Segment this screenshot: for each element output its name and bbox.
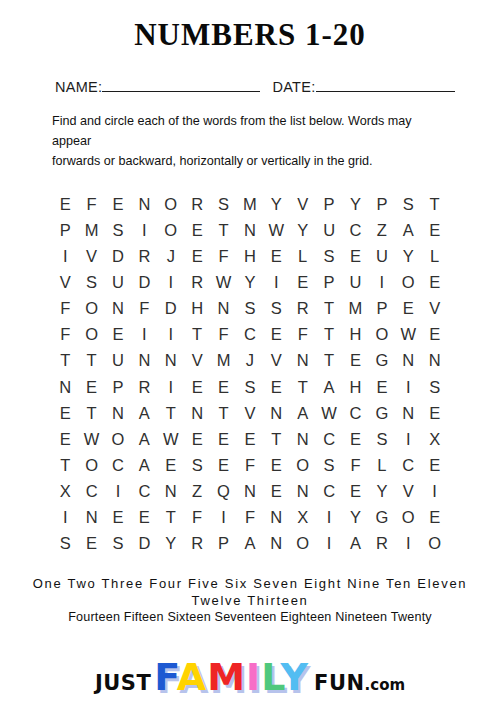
grid-cell-r8c12[interactable]: H bbox=[342, 374, 368, 400]
grid-cell-r14c1[interactable]: S bbox=[52, 530, 78, 556]
grid-cell-r13c5[interactable]: T bbox=[158, 504, 184, 530]
grid-cell-r11c2[interactable]: O bbox=[78, 452, 104, 478]
grid-cell-r8c11[interactable]: A bbox=[316, 374, 342, 400]
logo-letter-y: Y bbox=[281, 655, 310, 699]
grid-cell-r1c12[interactable]: Y bbox=[342, 192, 368, 218]
grid-cell-r6c7[interactable]: F bbox=[210, 322, 236, 348]
grid-cell-r2c2[interactable]: M bbox=[78, 218, 104, 244]
grid-cell-r11c14[interactable]: C bbox=[395, 452, 421, 478]
grid-cell-r10c10[interactable]: N bbox=[290, 426, 316, 452]
grid-cell-r5c6[interactable]: H bbox=[184, 296, 210, 322]
grid-cell-r3c4[interactable]: R bbox=[131, 244, 157, 270]
grid-cell-r6c3[interactable]: E bbox=[105, 322, 131, 348]
grid-cell-r2c14[interactable]: A bbox=[395, 218, 421, 244]
logo-letter-m: M bbox=[207, 655, 246, 699]
grid-cell-r6c11[interactable]: T bbox=[316, 322, 342, 348]
grid-cell-r8c15[interactable]: S bbox=[421, 374, 447, 400]
logo-just-text: JUST bbox=[95, 671, 151, 695]
grid-cell-r12c5[interactable]: N bbox=[158, 478, 184, 504]
grid-cell-r10c7[interactable]: E bbox=[210, 426, 236, 452]
grid-cell-r4c4[interactable]: D bbox=[131, 270, 157, 296]
grid-cell-r12c8[interactable]: N bbox=[237, 478, 263, 504]
grid-cell-r10c12[interactable]: E bbox=[342, 426, 368, 452]
grid-cell-r5c7[interactable]: N bbox=[210, 296, 236, 322]
grid-cell-r4c7[interactable]: W bbox=[210, 270, 236, 296]
grid-cell-r13c13[interactable]: G bbox=[369, 504, 395, 530]
grid-cell-r3c1[interactable]: I bbox=[52, 244, 78, 270]
logo-letter-f: F bbox=[154, 655, 177, 699]
grid-cell-r10c9[interactable]: T bbox=[263, 426, 289, 452]
grid-cell-r3c6[interactable]: E bbox=[184, 244, 210, 270]
grid-cell-r5c1[interactable]: F bbox=[52, 296, 78, 322]
grid-cell-r9c3[interactable]: N bbox=[105, 400, 131, 426]
grid-cell-r2c3[interactable]: S bbox=[105, 218, 131, 244]
grid-cell-r11c9[interactable]: E bbox=[263, 452, 289, 478]
grid-cell-r11c13[interactable]: L bbox=[369, 452, 395, 478]
grid-cell-r5c12[interactable]: M bbox=[342, 296, 368, 322]
grid-cell-r4c9[interactable]: I bbox=[263, 270, 289, 296]
grid-cell-r1c15[interactable]: T bbox=[421, 192, 447, 218]
grid-cell-r10c2[interactable]: W bbox=[78, 426, 104, 452]
grid-cell-r13c8[interactable]: F bbox=[237, 504, 263, 530]
grid-cell-r5c15[interactable]: V bbox=[421, 296, 447, 322]
grid-cell-r10c1[interactable]: E bbox=[52, 426, 78, 452]
grid-cell-r3c13[interactable]: U bbox=[369, 244, 395, 270]
grid-cell-r10c4[interactable]: A bbox=[131, 426, 157, 452]
grid-cell-r9c13[interactable]: G bbox=[369, 400, 395, 426]
grid-cell-r8c1[interactable]: N bbox=[52, 374, 78, 400]
grid-cell-r2c7[interactable]: T bbox=[210, 218, 236, 244]
name-label: NAME: bbox=[55, 79, 102, 95]
grid-cell-r13c15[interactable]: E bbox=[421, 504, 447, 530]
grid-cell-r10c11[interactable]: C bbox=[316, 426, 342, 452]
grid-cell-r13c12[interactable]: Y bbox=[342, 504, 368, 530]
grid-cell-r6c5[interactable]: I bbox=[158, 322, 184, 348]
grid-cell-r11c5[interactable]: E bbox=[158, 452, 184, 478]
grid-cell-r12c2[interactable]: C bbox=[78, 478, 104, 504]
instructions-line-2: forwards or backward, horizontally or ve… bbox=[52, 154, 373, 168]
grid-cell-r7c5[interactable]: N bbox=[158, 348, 184, 374]
grid-cell-r12c15[interactable]: I bbox=[421, 478, 447, 504]
grid-cell-r8c10[interactable]: T bbox=[290, 374, 316, 400]
grid-cell-r1c11[interactable]: P bbox=[316, 192, 342, 218]
grid-cell-r7c14[interactable]: N bbox=[395, 348, 421, 374]
grid-cell-r7c1[interactable]: T bbox=[52, 348, 78, 374]
grid-cell-r2c15[interactable]: E bbox=[421, 218, 447, 244]
word-search-grid[interactable]: EFENORSMYVPYPSTPMSIOETNWYUCZAEIVDRJEFHEL… bbox=[52, 192, 448, 557]
grid-cell-r9c8[interactable]: V bbox=[237, 400, 263, 426]
word-list-line-1: One Two Three Four Five Six Seven Eight … bbox=[0, 575, 500, 592]
grid-cell-r11c3[interactable]: C bbox=[105, 452, 131, 478]
grid-cell-r13c9[interactable]: N bbox=[263, 504, 289, 530]
grid-cell-r7c7[interactable]: M bbox=[210, 348, 236, 374]
grid-cell-r4c10[interactable]: E bbox=[290, 270, 316, 296]
grid-cell-r11c6[interactable]: S bbox=[184, 452, 210, 478]
grid-cell-r1c1[interactable]: E bbox=[52, 192, 78, 218]
grid-cell-r13c1[interactable]: I bbox=[52, 504, 78, 530]
grid-cell-r3c15[interactable]: L bbox=[421, 244, 447, 270]
grid-cell-r5c14[interactable]: E bbox=[395, 296, 421, 322]
grid-cell-r14c2[interactable]: E bbox=[78, 530, 104, 556]
grid-cell-r9c2[interactable]: T bbox=[78, 400, 104, 426]
grid-cell-r1c4[interactable]: N bbox=[131, 192, 157, 218]
grid-cell-r11c1[interactable]: T bbox=[52, 452, 78, 478]
word-list-line-2: Twelve Thirteen bbox=[0, 592, 500, 609]
logo-fun-text: FUN bbox=[314, 671, 364, 695]
grid-cell-r1c8[interactable]: M bbox=[237, 192, 263, 218]
grid-cell-r7c15[interactable]: N bbox=[421, 348, 447, 374]
instructions-text: Find and circle each of the words from t… bbox=[52, 112, 454, 172]
grid-cell-r5c13[interactable]: P bbox=[369, 296, 395, 322]
grid-cell-r2c12[interactable]: C bbox=[342, 218, 368, 244]
grid-cell-r13c11[interactable]: I bbox=[316, 504, 342, 530]
grid-cell-r13c4[interactable]: E bbox=[131, 504, 157, 530]
grid-cell-r1c2[interactable]: F bbox=[78, 192, 104, 218]
grid-cell-r4c8[interactable]: Y bbox=[237, 270, 263, 296]
grid-cell-r10c14[interactable]: I bbox=[395, 426, 421, 452]
grid-cell-r7c11[interactable]: T bbox=[316, 348, 342, 374]
grid-cell-r7c13[interactable]: G bbox=[369, 348, 395, 374]
grid-cell-r8c9[interactable]: E bbox=[263, 374, 289, 400]
grid-cell-r8c6[interactable]: E bbox=[184, 374, 210, 400]
grid-cell-r13c10[interactable]: X bbox=[290, 504, 316, 530]
grid-cell-r3c10[interactable]: L bbox=[290, 244, 316, 270]
grid-cell-r6c4[interactable]: I bbox=[131, 322, 157, 348]
grid-cell-r3c2[interactable]: V bbox=[78, 244, 104, 270]
grid-cell-r7c12[interactable]: E bbox=[342, 348, 368, 374]
grid-cell-r11c8[interactable]: F bbox=[237, 452, 263, 478]
grid-cell-r14c10[interactable]: O bbox=[290, 530, 316, 556]
grid-cell-r10c13[interactable]: S bbox=[369, 426, 395, 452]
grid-cell-r9c9[interactable]: N bbox=[263, 400, 289, 426]
grid-cell-r6c12[interactable]: H bbox=[342, 322, 368, 348]
grid-cell-r12c14[interactable]: V bbox=[395, 478, 421, 504]
grid-cell-r10c6[interactable]: E bbox=[184, 426, 210, 452]
grid-cell-r14c4[interactable]: D bbox=[131, 530, 157, 556]
grid-cell-r12c11[interactable]: C bbox=[316, 478, 342, 504]
grid-cell-r7c2[interactable]: T bbox=[78, 348, 104, 374]
grid-cell-r10c15[interactable]: X bbox=[421, 426, 447, 452]
grid-cell-r9c4[interactable]: A bbox=[131, 400, 157, 426]
grid-cell-r14c7[interactable]: P bbox=[210, 530, 236, 556]
grid-cell-r1c7[interactable]: S bbox=[210, 192, 236, 218]
grid-cell-r6c14[interactable]: W bbox=[395, 322, 421, 348]
instructions-line-1: Find and circle each of the words from t… bbox=[52, 114, 412, 148]
justfamilyfun-logo: JUST FAMILY FUN .com bbox=[0, 655, 500, 699]
grid-cell-r4c11[interactable]: P bbox=[316, 270, 342, 296]
grid-cell-r12c4[interactable]: C bbox=[131, 478, 157, 504]
grid-cell-r13c2[interactable]: N bbox=[78, 504, 104, 530]
grid-cell-r11c15[interactable]: E bbox=[421, 452, 447, 478]
grid-cell-r8c5[interactable]: I bbox=[158, 374, 184, 400]
grid-cell-r9c12[interactable]: C bbox=[342, 400, 368, 426]
grid-cell-r6c13[interactable]: O bbox=[369, 322, 395, 348]
grid-cell-r2c11[interactable]: U bbox=[316, 218, 342, 244]
grid-cell-r2c10[interactable]: Y bbox=[290, 218, 316, 244]
grid-cell-r3c5[interactable]: J bbox=[158, 244, 184, 270]
grid-cell-r12c13[interactable]: Y bbox=[369, 478, 395, 504]
grid-cell-r14c3[interactable]: S bbox=[105, 530, 131, 556]
logo-com-text: .com bbox=[365, 676, 406, 694]
grid-cell-r11c10[interactable]: O bbox=[290, 452, 316, 478]
grid-cell-r1c9[interactable]: Y bbox=[263, 192, 289, 218]
grid-cell-r7c6[interactable]: V bbox=[184, 348, 210, 374]
logo-letter-a: A bbox=[177, 655, 207, 699]
grid-cell-r5c3[interactable]: N bbox=[105, 296, 131, 322]
grid-cell-r8c4[interactable]: R bbox=[131, 374, 157, 400]
grid-cell-r2c5[interactable]: O bbox=[158, 218, 184, 244]
worksheet-page: NUMBERS 1-20 NAME: DATE: Find and circle… bbox=[0, 17, 500, 707]
grid-cell-r6c15[interactable]: E bbox=[421, 322, 447, 348]
grid-cell-r14c14[interactable]: I bbox=[395, 530, 421, 556]
grid-cell-r5c5[interactable]: D bbox=[158, 296, 184, 322]
grid-cell-r4c1[interactable]: V bbox=[52, 270, 78, 296]
grid-cell-r6c10[interactable]: F bbox=[290, 322, 316, 348]
grid-cell-r3c9[interactable]: E bbox=[263, 244, 289, 270]
grid-cell-r5c8[interactable]: S bbox=[237, 296, 263, 322]
date-input-line[interactable] bbox=[316, 91, 455, 92]
grid-cell-r2c6[interactable]: E bbox=[184, 218, 210, 244]
grid-cell-r4c15[interactable]: E bbox=[421, 270, 447, 296]
grid-cell-r7c3[interactable]: U bbox=[105, 348, 131, 374]
grid-cell-r2c9[interactable]: W bbox=[263, 218, 289, 244]
grid-cell-r9c1[interactable]: E bbox=[52, 400, 78, 426]
grid-cell-r7c10[interactable]: N bbox=[290, 348, 316, 374]
grid-cell-r3c12[interactable]: E bbox=[342, 244, 368, 270]
grid-cell-r9c10[interactable]: A bbox=[290, 400, 316, 426]
grid-cell-r3c7[interactable]: F bbox=[210, 244, 236, 270]
grid-cell-r13c6[interactable]: F bbox=[184, 504, 210, 530]
grid-cell-r4c3[interactable]: U bbox=[105, 270, 131, 296]
grid-cell-r8c2[interactable]: E bbox=[78, 374, 104, 400]
grid-cell-r1c5[interactable]: O bbox=[158, 192, 184, 218]
grid-cell-r11c12[interactable]: F bbox=[342, 452, 368, 478]
grid-cell-r3c8[interactable]: H bbox=[237, 244, 263, 270]
grid-cell-r2c13[interactable]: Z bbox=[369, 218, 395, 244]
name-input-line[interactable] bbox=[102, 91, 260, 92]
grid-cell-r14c8[interactable]: A bbox=[237, 530, 263, 556]
grid-cell-r5c10[interactable]: R bbox=[290, 296, 316, 322]
grid-cell-r1c3[interactable]: E bbox=[105, 192, 131, 218]
grid-cell-r4c13[interactable]: I bbox=[369, 270, 395, 296]
grid-cell-r12c9[interactable]: E bbox=[263, 478, 289, 504]
grid-cell-r12c10[interactable]: N bbox=[290, 478, 316, 504]
grid-cell-r4c14[interactable]: O bbox=[395, 270, 421, 296]
grid-cell-r8c14[interactable]: I bbox=[395, 374, 421, 400]
grid-cell-r5c9[interactable]: S bbox=[263, 296, 289, 322]
grid-cell-r14c9[interactable]: N bbox=[263, 530, 289, 556]
page-title: NUMBERS 1-20 bbox=[0, 17, 500, 53]
grid-cell-r2c8[interactable]: N bbox=[237, 218, 263, 244]
grid-cell-r12c3[interactable]: I bbox=[105, 478, 131, 504]
grid-cell-r14c15[interactable]: O bbox=[421, 530, 447, 556]
grid-cell-r6c9[interactable]: E bbox=[263, 322, 289, 348]
grid-cell-r6c1[interactable]: F bbox=[52, 322, 78, 348]
grid-cell-r1c6[interactable]: R bbox=[184, 192, 210, 218]
grid-cell-r9c7[interactable]: T bbox=[210, 400, 236, 426]
grid-cell-r2c4[interactable]: I bbox=[131, 218, 157, 244]
grid-cell-r3c14[interactable]: Y bbox=[395, 244, 421, 270]
grid-cell-r9c6[interactable]: N bbox=[184, 400, 210, 426]
grid-cell-r8c7[interactable]: E bbox=[210, 374, 236, 400]
grid-cell-r14c6[interactable]: R bbox=[184, 530, 210, 556]
grid-cell-r14c13[interactable]: R bbox=[369, 530, 395, 556]
grid-cell-r6c8[interactable]: C bbox=[237, 322, 263, 348]
grid-cell-r9c15[interactable]: E bbox=[421, 400, 447, 426]
grid-cell-r9c14[interactable]: N bbox=[395, 400, 421, 426]
grid-cell-r13c14[interactable]: O bbox=[395, 504, 421, 530]
grid-cell-r3c11[interactable]: S bbox=[316, 244, 342, 270]
grid-cell-r10c8[interactable]: E bbox=[237, 426, 263, 452]
grid-cell-r3c3[interactable]: D bbox=[105, 244, 131, 270]
grid-cell-r5c11[interactable]: T bbox=[316, 296, 342, 322]
word-list: One Two Three Four Five Six Seven Eight … bbox=[0, 575, 500, 626]
grid-cell-r11c11[interactable]: S bbox=[316, 452, 342, 478]
grid-cell-r14c5[interactable]: Y bbox=[158, 530, 184, 556]
grid-cell-r7c4[interactable]: N bbox=[131, 348, 157, 374]
grid-cell-r6c6[interactable]: T bbox=[184, 322, 210, 348]
logo-family-text: FAMILY bbox=[154, 655, 309, 699]
grid-cell-r12c12[interactable]: E bbox=[342, 478, 368, 504]
grid-cell-r10c5[interactable]: W bbox=[158, 426, 184, 452]
grid-cell-r12c7[interactable]: Q bbox=[210, 478, 236, 504]
grid-cell-r6c2[interactable]: O bbox=[78, 322, 104, 348]
grid-cell-r9c5[interactable]: T bbox=[158, 400, 184, 426]
grid-cell-r5c4[interactable]: F bbox=[131, 296, 157, 322]
grid-cell-r7c9[interactable]: V bbox=[263, 348, 289, 374]
grid-cell-r4c12[interactable]: U bbox=[342, 270, 368, 296]
grid-cell-r4c2[interactable]: S bbox=[78, 270, 104, 296]
grid-cell-r1c14[interactable]: S bbox=[395, 192, 421, 218]
grid-cell-r13c3[interactable]: E bbox=[105, 504, 131, 530]
grid-cell-r9c11[interactable]: W bbox=[316, 400, 342, 426]
grid-cell-r4c5[interactable]: I bbox=[158, 270, 184, 296]
date-label: DATE: bbox=[272, 79, 315, 95]
logo-letter-l: L bbox=[261, 655, 280, 699]
grid-cell-r8c3[interactable]: P bbox=[105, 374, 131, 400]
grid-cell-r4c6[interactable]: R bbox=[184, 270, 210, 296]
grid-cell-r12c6[interactable]: Z bbox=[184, 478, 210, 504]
grid-cell-r7c8[interactable]: J bbox=[237, 348, 263, 374]
logo-letter-i: I bbox=[246, 655, 261, 699]
grid-cell-r11c4[interactable]: A bbox=[131, 452, 157, 478]
grid-cell-r5c2[interactable]: O bbox=[78, 296, 104, 322]
grid-cell-r1c10[interactable]: V bbox=[290, 192, 316, 218]
grid-cell-r8c13[interactable]: E bbox=[369, 374, 395, 400]
grid-cell-r11c7[interactable]: E bbox=[210, 452, 236, 478]
word-list-line-3: Fourteen Fifteen Sixteen Seventeen Eight… bbox=[0, 609, 500, 626]
name-date-row: NAME: DATE: bbox=[55, 79, 455, 95]
grid-cell-r13c7[interactable]: I bbox=[210, 504, 236, 530]
grid-cell-r14c11[interactable]: I bbox=[316, 530, 342, 556]
grid-cell-r2c1[interactable]: P bbox=[52, 218, 78, 244]
grid-cell-r10c3[interactable]: O bbox=[105, 426, 131, 452]
grid-cell-r8c8[interactable]: S bbox=[237, 374, 263, 400]
grid-cell-r12c1[interactable]: X bbox=[52, 478, 78, 504]
grid-cell-r1c13[interactable]: P bbox=[369, 192, 395, 218]
grid-cell-r14c12[interactable]: A bbox=[342, 530, 368, 556]
